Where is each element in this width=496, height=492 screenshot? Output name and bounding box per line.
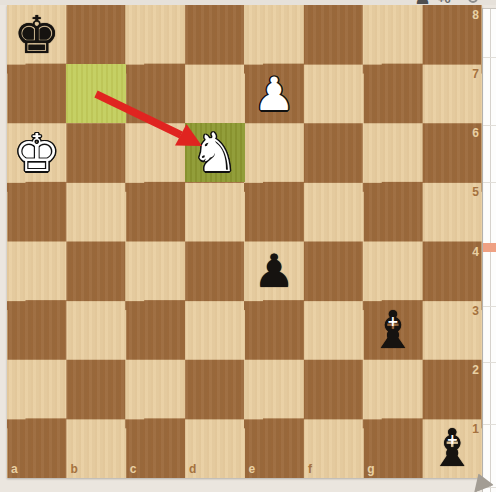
white-knight-d6[interactable]: ♞ <box>185 123 244 182</box>
black-bishop-g3[interactable]: ♝+ <box>363 301 422 360</box>
coord-file-g: g <box>367 462 374 476</box>
coord-file-d: d <box>189 462 196 476</box>
captured-pawn-icon: ♟ <box>414 0 425 5</box>
bishop-glyph: ♝ <box>370 304 417 356</box>
panel-row-divider <box>483 182 496 183</box>
top-player-strip: ♟ +6 <box>0 0 496 5</box>
coord-file-a: a <box>11 462 18 476</box>
panel-highlighted-row[interactable] <box>483 243 496 252</box>
bishop-glyph: ♝ <box>429 422 476 474</box>
clock-icon <box>468 0 478 3</box>
pawn-glyph: ♟ <box>254 248 295 294</box>
coord-file-e: e <box>249 462 256 476</box>
coord-file-c: c <box>130 462 137 476</box>
material-count: +6 <box>438 0 451 5</box>
coord-rank-6: 6 <box>465 126 479 140</box>
pawn-glyph: ♟ <box>254 71 295 117</box>
coord-rank-4: 4 <box>465 245 479 259</box>
king-glyph: ♚ <box>13 127 60 179</box>
coord-rank-8: 8 <box>465 8 479 22</box>
coord-rank-3: 3 <box>465 304 479 318</box>
chess-board[interactable]: ♚ ♟ ♚ ♞ ♟ ♝+ ♝+ a b c d e f g 8 7 6 5 4 … <box>7 5 482 478</box>
highlight-square-b7[interactable] <box>66 64 125 123</box>
coord-file-b: b <box>70 462 77 476</box>
black-king-a8[interactable]: ♚ <box>7 5 66 64</box>
coord-file-f: f <box>308 462 312 476</box>
panel-row-divider <box>483 306 496 307</box>
white-king-a6[interactable]: ♚ <box>7 123 66 182</box>
white-pawn-e7[interactable]: ♟ <box>245 64 304 123</box>
coord-rank-2: 2 <box>465 363 479 377</box>
panel-row-divider <box>483 424 496 425</box>
coord-rank-5: 5 <box>465 185 479 199</box>
panel-row-divider <box>483 362 496 363</box>
coord-rank-7: 7 <box>465 67 479 81</box>
knight-glyph: ♞ <box>191 126 239 179</box>
panel-row-divider <box>483 57 496 58</box>
panel-row-divider <box>483 125 496 126</box>
black-pawn-e4[interactable]: ♟ <box>245 242 304 301</box>
black-bishop-h1[interactable]: ♝+ <box>423 419 482 478</box>
king-glyph: ♚ <box>13 9 60 61</box>
